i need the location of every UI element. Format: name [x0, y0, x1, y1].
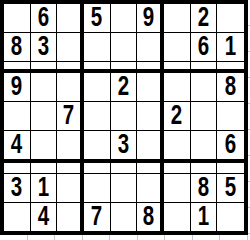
cell-r6c7[interactable] [164, 131, 191, 163]
cell-r9c1[interactable] [4, 203, 31, 231]
cell-r3c7[interactable] [164, 62, 191, 73]
given-digit: 9 [143, 4, 154, 32]
cell-r2c7[interactable] [164, 33, 191, 62]
cell-r2c1[interactable]: 8 [4, 33, 31, 62]
cell-r5c3[interactable]: 7 [57, 102, 84, 131]
cell-r9c5[interactable] [111, 203, 138, 231]
cell-r5c5[interactable] [111, 102, 138, 131]
given-digit: 2 [118, 73, 129, 101]
cell-r8c1[interactable]: 3 [4, 174, 31, 203]
cell-r7c7[interactable] [164, 163, 191, 174]
given-digit: 6 [38, 4, 49, 32]
cell-r6c4[interactable] [84, 131, 111, 163]
cell-r1c6[interactable]: 9 [137, 4, 164, 33]
sudoku-board: 659283619287243631854781 [0, 0, 248, 235]
cell-r5c1[interactable] [4, 102, 31, 131]
cell-r3c3[interactable] [57, 62, 84, 73]
cell-r5c9[interactable] [217, 102, 244, 131]
given-digit: 6 [225, 131, 236, 159]
cell-r3c6[interactable] [137, 62, 164, 73]
given-digit: 7 [91, 203, 102, 231]
cell-r5c6[interactable] [137, 102, 164, 131]
cell-r8c8[interactable]: 8 [191, 174, 218, 203]
given-digit: 4 [11, 131, 22, 159]
given-digit: 2 [198, 4, 209, 32]
cell-r8c2[interactable]: 1 [31, 174, 58, 203]
cell-r5c2[interactable] [31, 102, 58, 131]
cell-r7c4[interactable] [84, 163, 111, 174]
cell-r9c8[interactable]: 1 [191, 203, 218, 231]
cell-r4c4[interactable] [84, 73, 111, 102]
given-digit: 8 [11, 33, 22, 61]
spreadsheet-gridline-stubs-bottom [0, 235, 250, 240]
cell-r6c1[interactable]: 4 [4, 131, 31, 163]
given-digit: 5 [225, 174, 236, 202]
cell-r2c2[interactable]: 3 [31, 33, 58, 62]
cell-r8c9[interactable]: 5 [217, 174, 244, 203]
cell-r1c2[interactable]: 6 [31, 4, 58, 33]
given-digit: 3 [38, 33, 49, 61]
given-digit: 3 [118, 131, 129, 159]
cell-r6c9[interactable]: 6 [217, 131, 244, 163]
cell-r2c8[interactable]: 6 [191, 33, 218, 62]
given-digit: 1 [38, 174, 49, 202]
sudoku-app: 659283619287243631854781 [0, 0, 250, 240]
cell-r4c2[interactable] [31, 73, 58, 102]
cell-r3c2[interactable] [31, 62, 58, 73]
cell-r5c7[interactable]: 2 [164, 102, 191, 131]
cell-r8c6[interactable] [137, 174, 164, 203]
cell-r2c9[interactable]: 1 [217, 33, 244, 62]
given-digit: 1 [225, 33, 236, 61]
cell-r7c6[interactable] [137, 163, 164, 174]
given-digit: 6 [198, 33, 209, 61]
given-digit: 8 [225, 73, 236, 101]
given-digit: 3 [11, 174, 22, 202]
given-digit: 7 [63, 102, 74, 130]
given-digit: 8 [143, 203, 154, 231]
cell-r9c4[interactable]: 7 [84, 203, 111, 231]
cell-r2c4[interactable] [84, 33, 111, 62]
cell-r4c3[interactable] [57, 73, 84, 102]
cell-r2c5[interactable] [111, 33, 138, 62]
cell-r5c4[interactable] [84, 102, 111, 131]
cell-r6c8[interactable] [191, 131, 218, 163]
cell-r1c1[interactable] [4, 4, 31, 33]
cell-r2c3[interactable] [57, 33, 84, 62]
cell-r6c5[interactable]: 3 [111, 131, 138, 163]
cell-r1c4[interactable]: 5 [84, 4, 111, 33]
cell-r4c5[interactable]: 2 [111, 73, 138, 102]
cell-r9c7[interactable] [164, 203, 191, 231]
cell-r5c8[interactable] [191, 102, 218, 131]
cell-r9c3[interactable] [57, 203, 84, 231]
given-digit: 8 [198, 174, 209, 202]
cell-r4c1[interactable]: 9 [4, 73, 31, 102]
cell-r8c7[interactable] [164, 174, 191, 203]
cell-r4c7[interactable] [164, 73, 191, 102]
cell-r8c5[interactable] [111, 174, 138, 203]
cell-r4c9[interactable]: 8 [217, 73, 244, 102]
cell-r1c3[interactable] [57, 4, 84, 33]
cell-r6c6[interactable] [137, 131, 164, 163]
spreadsheet-gridline-stubs-right [248, 0, 250, 235]
given-digit: 5 [91, 4, 102, 32]
cell-r7c5[interactable] [111, 163, 138, 174]
cell-r4c8[interactable] [191, 73, 218, 102]
given-digit: 4 [38, 203, 49, 231]
given-digit: 2 [171, 102, 182, 130]
cell-r3c8[interactable] [191, 62, 218, 73]
cell-r9c9[interactable] [217, 203, 244, 231]
cell-r7c3[interactable] [57, 163, 84, 174]
cell-r1c9[interactable] [217, 4, 244, 33]
cell-r8c4[interactable] [84, 174, 111, 203]
cell-r9c2[interactable]: 4 [31, 203, 58, 231]
cell-r4c6[interactable] [137, 73, 164, 102]
cell-r2c6[interactable] [137, 33, 164, 62]
cell-r9c6[interactable]: 8 [137, 203, 164, 231]
cell-r1c7[interactable] [164, 4, 191, 33]
cell-r6c2[interactable] [31, 131, 58, 163]
cell-r6c3[interactable] [57, 131, 84, 163]
cell-r1c5[interactable] [111, 4, 138, 33]
cell-r1c8[interactable]: 2 [191, 4, 218, 33]
cell-r3c4[interactable] [84, 62, 111, 73]
given-digit: 1 [198, 203, 209, 231]
cell-r8c3[interactable] [57, 174, 84, 203]
given-digit: 9 [11, 73, 22, 101]
